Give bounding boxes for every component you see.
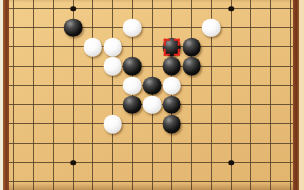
intersection-c13r7[interactable] — [241, 57, 261, 76]
intersection-c3r8[interactable] — [43, 76, 63, 95]
star-point — [228, 6, 234, 12]
intersection-c7r9[interactable] — [122, 95, 142, 114]
intersection-c7r6[interactable] — [122, 37, 142, 56]
black-stone — [162, 57, 181, 76]
intersection-c12r6[interactable] — [221, 37, 241, 56]
intersection-c9r12[interactable] — [162, 153, 182, 172]
black-stone — [162, 115, 181, 134]
intersection-c12r11[interactable] — [221, 134, 241, 153]
intersection-c6r9[interactable] — [103, 95, 123, 114]
intersection-c14r8[interactable] — [261, 76, 281, 95]
intersection-c4r6[interactable] — [63, 37, 83, 56]
intersection-c7r10[interactable] — [122, 114, 142, 133]
black-stone — [182, 38, 201, 57]
intersection-c10r9[interactable] — [182, 95, 202, 114]
white-stone — [202, 18, 221, 37]
background-right — [299, 0, 304, 190]
intersection-c9r5[interactable] — [162, 18, 182, 37]
intersection-c3r11[interactable] — [43, 134, 63, 153]
intersection-c8r6[interactable] — [142, 37, 162, 56]
intersection-c3r12[interactable] — [43, 153, 63, 172]
intersection-c10r12[interactable] — [182, 153, 202, 172]
intersection-c12r12[interactable] — [221, 153, 241, 172]
intersection-c7r7[interactable] — [122, 57, 142, 76]
intersection-c2r6[interactable] — [24, 37, 44, 56]
intersection-c11r5[interactable] — [201, 18, 221, 37]
intersection-c12r8[interactable] — [221, 76, 241, 95]
intersection-c14r12[interactable] — [261, 153, 281, 172]
star-point — [70, 6, 76, 12]
intersection-c11r9[interactable] — [201, 95, 221, 114]
intersection-c11r6[interactable] — [201, 37, 221, 56]
intersection-c14r10[interactable] — [261, 114, 281, 133]
intersection-c7r12[interactable] — [122, 153, 142, 172]
intersection-c13r11[interactable] — [241, 134, 261, 153]
background-left — [0, 0, 3, 190]
intersection-c10r10[interactable] — [182, 114, 202, 133]
intersection-c11r7[interactable] — [201, 57, 221, 76]
goban-screenshot — [0, 0, 304, 190]
marker-corner-br — [174, 49, 181, 56]
intersection-c2r12[interactable] — [24, 153, 44, 172]
intersection-c4r8[interactable] — [63, 76, 83, 95]
white-stone — [103, 38, 122, 57]
intersection-c4r11[interactable] — [63, 134, 83, 153]
intersection-c9r7[interactable] — [162, 57, 182, 76]
intersection-c13r12[interactable] — [241, 153, 261, 172]
black-stone — [123, 57, 142, 76]
intersection-c6r8[interactable] — [103, 76, 123, 95]
intersection-c13r10[interactable] — [241, 114, 261, 133]
intersection-c14r7[interactable] — [261, 57, 281, 76]
board-left-rim — [3, 0, 9, 190]
intersection-c14r5[interactable] — [261, 18, 281, 37]
intersection-c2r11[interactable] — [24, 134, 44, 153]
black-stone — [162, 95, 181, 114]
intersection-c8r7[interactable] — [142, 57, 162, 76]
marker-corner-tl — [164, 39, 171, 46]
intersection-c8r10[interactable] — [142, 114, 162, 133]
intersection-c2r10[interactable] — [24, 114, 44, 133]
white-stone — [103, 115, 122, 134]
intersection-c14r6[interactable] — [261, 37, 281, 56]
intersection-c9r9[interactable] — [162, 95, 182, 114]
intersection-c10r8[interactable] — [182, 76, 202, 95]
intersection-c12r7[interactable] — [221, 57, 241, 76]
intersection-c2r9[interactable] — [24, 95, 44, 114]
intersection-c9r10[interactable] — [162, 114, 182, 133]
black-stone — [182, 57, 201, 76]
intersection-c6r5[interactable] — [103, 18, 123, 37]
last-move-marker — [164, 39, 181, 56]
intersection-c11r12[interactable] — [201, 153, 221, 172]
intersection-c4r9[interactable] — [63, 95, 83, 114]
intersection-c12r9[interactable] — [221, 95, 241, 114]
intersection-c7r8[interactable] — [122, 76, 142, 95]
intersection-c4r7[interactable] — [63, 57, 83, 76]
board-grid — [4, 0, 300, 190]
intersection-c5r10[interactable] — [83, 114, 103, 133]
intersection-c9r6[interactable] — [162, 37, 182, 56]
intersection-c13r6[interactable] — [241, 37, 261, 56]
intersection-c2r8[interactable] — [24, 76, 44, 95]
intersection-c11r11[interactable] — [201, 134, 221, 153]
intersection-c10r5[interactable] — [182, 18, 202, 37]
white-stone — [162, 76, 181, 95]
intersection-c4r10[interactable] — [63, 114, 83, 133]
intersection-c13r8[interactable] — [241, 76, 261, 95]
intersection-c11r8[interactable] — [201, 76, 221, 95]
intersection-c3r7[interactable] — [43, 57, 63, 76]
intersection-c5r6[interactable] — [83, 37, 103, 56]
intersection-c9r8[interactable] — [162, 76, 182, 95]
intersection-c3r5[interactable] — [43, 18, 63, 37]
white-stone — [103, 57, 122, 76]
intersection-c10r6[interactable] — [182, 37, 202, 56]
intersection-c7r5[interactable] — [122, 18, 142, 37]
intersection-c12r5[interactable] — [221, 18, 241, 37]
intersection-c3r10[interactable] — [43, 114, 63, 133]
intersection-c11r10[interactable] — [201, 114, 221, 133]
white-stone — [143, 95, 162, 114]
intersection-c14r11[interactable] — [261, 134, 281, 153]
intersection-c5r9[interactable] — [83, 95, 103, 114]
intersection-c6r10[interactable] — [103, 114, 123, 133]
intersection-c6r11[interactable] — [103, 134, 123, 153]
intersection-c5r8[interactable] — [83, 76, 103, 95]
bottom-shadow — [0, 183, 304, 190]
intersection-c5r11[interactable] — [83, 134, 103, 153]
intersection-c6r7[interactable] — [103, 57, 123, 76]
intersection-c7r11[interactable] — [122, 134, 142, 153]
intersection-c2r5[interactable] — [24, 18, 44, 37]
black-stone — [123, 95, 142, 114]
intersection-c5r12[interactable] — [83, 153, 103, 172]
intersection-c3r9[interactable] — [43, 95, 63, 114]
intersection-c3r6[interactable] — [43, 37, 63, 56]
intersection-c13r9[interactable] — [241, 95, 261, 114]
intersection-c10r7[interactable] — [182, 57, 202, 76]
intersection-c6r12[interactable] — [103, 153, 123, 172]
intersection-c10r11[interactable] — [182, 134, 202, 153]
star-point — [228, 160, 234, 166]
top-shadow — [0, 0, 304, 3]
marker-corner-bl — [164, 49, 171, 56]
white-stone — [83, 38, 102, 57]
intersection-c8r11[interactable] — [142, 134, 162, 153]
white-stone — [123, 18, 142, 37]
black-stone — [64, 18, 83, 37]
star-point — [70, 160, 76, 166]
intersection-c2r7[interactable] — [24, 57, 44, 76]
black-stone — [143, 76, 162, 95]
intersection-c8r8[interactable] — [142, 76, 162, 95]
intersection-c8r5[interactable] — [142, 18, 162, 37]
intersection-c13r5[interactable] — [241, 18, 261, 37]
intersection-c4r5[interactable] — [63, 18, 83, 37]
intersection-c5r7[interactable] — [83, 57, 103, 76]
white-stone — [123, 76, 142, 95]
intersection-c8r9[interactable] — [142, 95, 162, 114]
intersection-c8r12[interactable] — [142, 153, 162, 172]
intersection-c9r11[interactable] — [162, 134, 182, 153]
intersection-c12r10[interactable] — [221, 114, 241, 133]
marker-corner-tr — [174, 39, 181, 46]
intersection-c4r12[interactable] — [63, 153, 83, 172]
intersection-c6r6[interactable] — [103, 37, 123, 56]
intersection-c14r9[interactable] — [261, 95, 281, 114]
intersection-c5r5[interactable] — [83, 18, 103, 37]
